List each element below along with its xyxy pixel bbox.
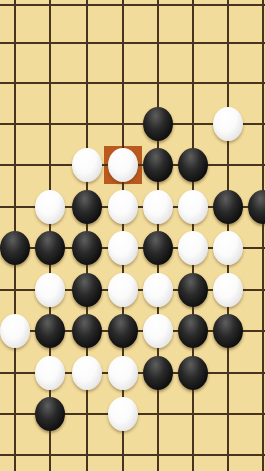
- white-stone: [72, 356, 102, 390]
- white-stone: [213, 231, 243, 265]
- black-stone: [143, 231, 173, 265]
- white-stone: [143, 190, 173, 224]
- black-stone: [178, 314, 208, 348]
- black-stone: [0, 231, 30, 265]
- black-stone: [72, 273, 102, 307]
- white-stone: [108, 148, 138, 182]
- white-stone: [0, 314, 30, 348]
- black-stone: [178, 273, 208, 307]
- black-stone: [72, 314, 102, 348]
- gomoku-board[interactable]: [0, 0, 265, 471]
- white-stone: [143, 273, 173, 307]
- black-stone: [35, 397, 65, 431]
- white-stone: [178, 190, 208, 224]
- grid-line-horizontal: [0, 42, 265, 44]
- grid-line-horizontal: [0, 4, 265, 6]
- grid-line-vertical: [262, 0, 264, 471]
- white-stone: [108, 190, 138, 224]
- black-stone: [72, 231, 102, 265]
- white-stone: [35, 356, 65, 390]
- black-stone: [35, 314, 65, 348]
- grid-line-horizontal: [0, 82, 265, 84]
- white-stone: [108, 273, 138, 307]
- black-stone: [143, 148, 173, 182]
- black-stone: [108, 314, 138, 348]
- black-stone: [213, 314, 243, 348]
- black-stone: [213, 190, 243, 224]
- white-stone: [108, 231, 138, 265]
- black-stone: [178, 148, 208, 182]
- black-stone: [178, 356, 208, 390]
- white-stone: [143, 314, 173, 348]
- white-stone: [108, 356, 138, 390]
- black-stone: [35, 231, 65, 265]
- white-stone: [35, 190, 65, 224]
- black-stone: [143, 356, 173, 390]
- black-stone: [72, 190, 102, 224]
- white-stone: [72, 148, 102, 182]
- white-stone: [213, 273, 243, 307]
- white-stone: [35, 273, 65, 307]
- white-stone: [108, 397, 138, 431]
- white-stone: [213, 107, 243, 141]
- grid-line-horizontal: [0, 454, 265, 456]
- white-stone: [178, 231, 208, 265]
- black-stone: [143, 107, 173, 141]
- black-stone: [248, 190, 265, 224]
